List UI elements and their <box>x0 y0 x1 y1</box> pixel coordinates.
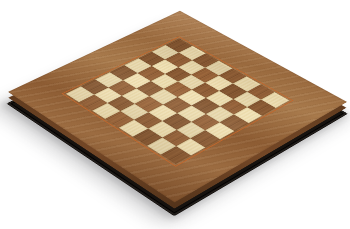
camera-tilt-wrapper <box>0 0 350 229</box>
square-r8c7-light <box>147 138 176 155</box>
perspective-wrapper <box>0 0 350 229</box>
frame-inlay-line <box>62 37 294 167</box>
square-r5c5-dark <box>163 97 191 113</box>
square-r6c8-dark <box>191 131 220 148</box>
square-r8c4-dark <box>105 112 134 128</box>
square-r6c6-dark <box>163 113 192 129</box>
square-r2c8-dark <box>248 100 276 116</box>
square-r5c7-dark <box>191 114 220 130</box>
square-r5c6-light <box>177 106 205 122</box>
square-r7c4-light <box>120 104 148 120</box>
square-r4c7-light <box>206 107 234 123</box>
square-r3c7-dark <box>220 99 248 115</box>
chess-board-squares <box>66 39 289 165</box>
board-frame <box>8 11 347 203</box>
square-r3c8-light <box>234 107 262 123</box>
square-r6c4-dark <box>135 97 163 113</box>
square-r7c6-light <box>148 121 177 138</box>
chessboard <box>8 11 347 203</box>
square-r6c5-light <box>149 105 177 121</box>
product-photo-scene <box>0 0 350 229</box>
square-r4c8-dark <box>220 115 249 131</box>
square-r8c8-dark <box>161 147 191 165</box>
square-r4c6-dark <box>191 98 219 114</box>
square-r7c7-dark <box>162 130 191 147</box>
square-r6c7-light <box>177 122 206 139</box>
square-r7c3-dark <box>107 96 135 112</box>
square-r8c3-light <box>92 103 120 119</box>
square-r7c5-dark <box>134 112 163 128</box>
square-r8c2-dark <box>79 95 107 111</box>
square-r8c5-light <box>119 120 148 137</box>
square-r7c8-light <box>176 139 205 156</box>
square-r8c6-dark <box>133 129 162 146</box>
square-r5c8-light <box>206 123 235 140</box>
